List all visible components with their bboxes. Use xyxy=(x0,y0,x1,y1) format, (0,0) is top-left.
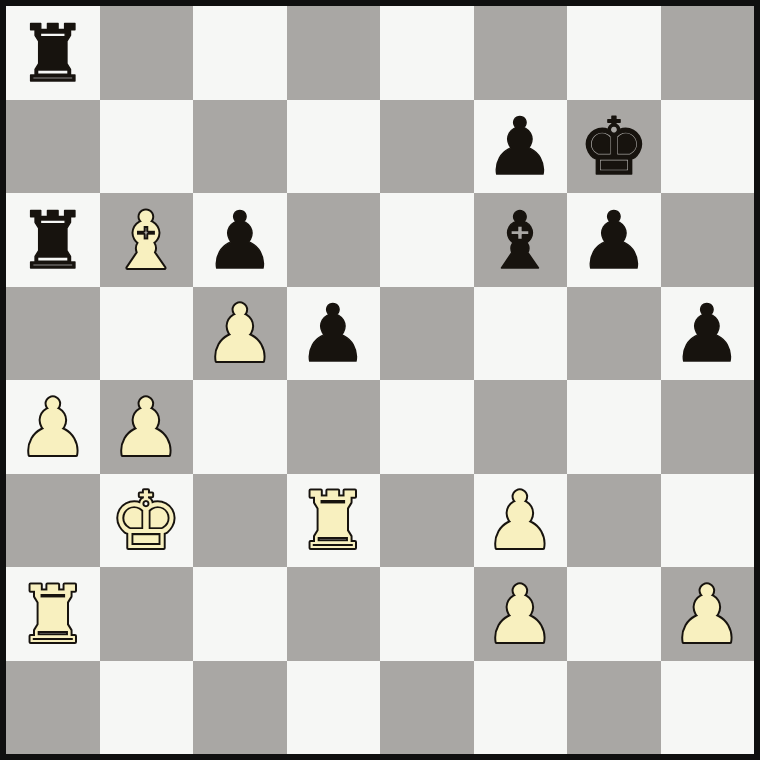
square-g7[interactable]: ♚ xyxy=(567,100,661,194)
square-h1[interactable] xyxy=(661,661,755,755)
black-pawn: ♟ xyxy=(567,193,661,287)
square-b7[interactable] xyxy=(100,100,194,194)
square-d6[interactable] xyxy=(287,193,381,287)
svg-text:♜: ♜ xyxy=(17,569,88,659)
black-pawn: ♟ xyxy=(474,100,568,194)
square-c6[interactable]: ♟ xyxy=(193,193,287,287)
white-pawn: ♟ xyxy=(661,567,755,661)
svg-text:♚: ♚ xyxy=(111,475,182,565)
square-f2[interactable]: ♟ xyxy=(474,567,568,661)
square-f3[interactable]: ♟ xyxy=(474,474,568,568)
square-h5[interactable]: ♟ xyxy=(661,287,755,381)
square-f7[interactable]: ♟ xyxy=(474,100,568,194)
black-king: ♚ xyxy=(567,100,661,194)
svg-text:♟: ♟ xyxy=(298,288,369,378)
svg-text:♜: ♜ xyxy=(298,475,369,565)
svg-text:♝: ♝ xyxy=(485,195,556,285)
svg-text:♟: ♟ xyxy=(485,475,556,565)
square-e8[interactable] xyxy=(380,6,474,100)
square-h7[interactable] xyxy=(661,100,755,194)
square-b4[interactable]: ♟ xyxy=(100,380,194,474)
svg-text:♟: ♟ xyxy=(485,569,556,659)
black-bishop: ♝ xyxy=(474,193,568,287)
square-b5[interactable] xyxy=(100,287,194,381)
square-c3[interactable] xyxy=(193,474,287,568)
square-b3[interactable]: ♚ xyxy=(100,474,194,568)
square-a6[interactable]: ♜ xyxy=(6,193,100,287)
svg-text:♟: ♟ xyxy=(111,382,182,472)
svg-text:♟: ♟ xyxy=(672,569,743,659)
square-e4[interactable] xyxy=(380,380,474,474)
square-d5[interactable]: ♟ xyxy=(287,287,381,381)
black-pawn: ♟ xyxy=(661,287,755,381)
square-f5[interactable] xyxy=(474,287,568,381)
white-pawn: ♟ xyxy=(474,474,568,568)
square-b1[interactable] xyxy=(100,661,194,755)
square-g5[interactable] xyxy=(567,287,661,381)
square-e7[interactable] xyxy=(380,100,474,194)
svg-text:♟: ♟ xyxy=(578,195,649,285)
svg-text:♟: ♟ xyxy=(204,195,275,285)
square-h3[interactable] xyxy=(661,474,755,568)
square-a2[interactable]: ♜ xyxy=(6,567,100,661)
square-d4[interactable] xyxy=(287,380,381,474)
board-frame: ♜♟♚♜♝♟♝♟♟♟♟♟♟♚♜♟♜♟♟ xyxy=(0,0,760,760)
square-c5[interactable]: ♟ xyxy=(193,287,287,381)
square-e6[interactable] xyxy=(380,193,474,287)
white-bishop: ♝ xyxy=(100,193,194,287)
square-f4[interactable] xyxy=(474,380,568,474)
square-h4[interactable] xyxy=(661,380,755,474)
square-f8[interactable] xyxy=(474,6,568,100)
square-d1[interactable] xyxy=(287,661,381,755)
black-rook: ♜ xyxy=(6,193,100,287)
white-pawn: ♟ xyxy=(474,567,568,661)
square-a1[interactable] xyxy=(6,661,100,755)
white-pawn: ♟ xyxy=(6,380,100,474)
svg-text:♜: ♜ xyxy=(17,195,88,285)
square-d3[interactable]: ♜ xyxy=(287,474,381,568)
white-pawn: ♟ xyxy=(100,380,194,474)
square-a7[interactable] xyxy=(6,100,100,194)
square-c4[interactable] xyxy=(193,380,287,474)
square-a4[interactable]: ♟ xyxy=(6,380,100,474)
white-rook: ♜ xyxy=(287,474,381,568)
white-pawn: ♟ xyxy=(193,287,287,381)
svg-text:♟: ♟ xyxy=(672,288,743,378)
square-f1[interactable] xyxy=(474,661,568,755)
square-c7[interactable] xyxy=(193,100,287,194)
square-e3[interactable] xyxy=(380,474,474,568)
black-pawn: ♟ xyxy=(193,193,287,287)
square-a3[interactable] xyxy=(6,474,100,568)
square-e1[interactable] xyxy=(380,661,474,755)
square-b6[interactable]: ♝ xyxy=(100,193,194,287)
square-c2[interactable] xyxy=(193,567,287,661)
square-b8[interactable] xyxy=(100,6,194,100)
svg-text:♝: ♝ xyxy=(111,195,182,285)
svg-text:♜: ♜ xyxy=(17,8,88,98)
black-rook: ♜ xyxy=(6,6,100,100)
square-d2[interactable] xyxy=(287,567,381,661)
square-g6[interactable]: ♟ xyxy=(567,193,661,287)
square-h8[interactable] xyxy=(661,6,755,100)
square-d7[interactable] xyxy=(287,100,381,194)
svg-text:♟: ♟ xyxy=(485,101,556,191)
square-g4[interactable] xyxy=(567,380,661,474)
white-rook: ♜ xyxy=(6,567,100,661)
black-pawn: ♟ xyxy=(287,287,381,381)
square-d8[interactable] xyxy=(287,6,381,100)
svg-text:♚: ♚ xyxy=(578,101,649,191)
square-g2[interactable] xyxy=(567,567,661,661)
white-king: ♚ xyxy=(100,474,194,568)
square-a5[interactable] xyxy=(6,287,100,381)
square-g3[interactable] xyxy=(567,474,661,568)
square-h6[interactable] xyxy=(661,193,755,287)
svg-text:♟: ♟ xyxy=(204,288,275,378)
square-c1[interactable] xyxy=(193,661,287,755)
square-g1[interactable] xyxy=(567,661,661,755)
square-h2[interactable]: ♟ xyxy=(661,567,755,661)
square-a8[interactable]: ♜ xyxy=(6,6,100,100)
square-f6[interactable]: ♝ xyxy=(474,193,568,287)
square-e2[interactable] xyxy=(380,567,474,661)
square-c8[interactable] xyxy=(193,6,287,100)
square-e5[interactable] xyxy=(380,287,474,381)
square-b2[interactable] xyxy=(100,567,194,661)
square-g8[interactable] xyxy=(567,6,661,100)
chess-board[interactable]: ♜♟♚♜♝♟♝♟♟♟♟♟♟♚♜♟♜♟♟ xyxy=(6,6,754,754)
svg-text:♟: ♟ xyxy=(17,382,88,472)
